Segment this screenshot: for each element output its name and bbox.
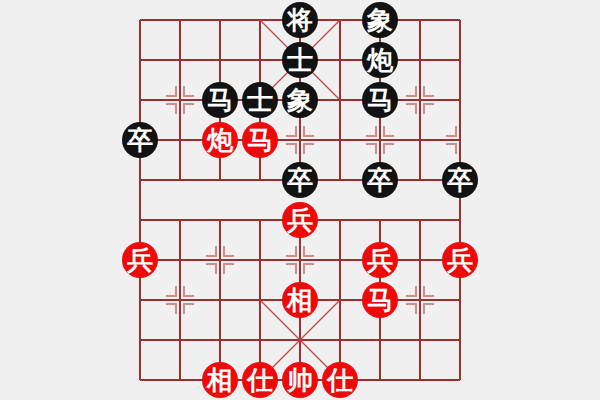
piece-black-elephant[interactable]: 象 bbox=[362, 2, 398, 38]
piece-black-soldier[interactable]: 卒 bbox=[282, 162, 318, 198]
piece-red-advisor[interactable]: 仕 bbox=[322, 362, 358, 398]
piece-red-elephant[interactable]: 相 bbox=[282, 282, 318, 318]
piece-red-horse[interactable]: 马 bbox=[242, 122, 278, 158]
piece-red-soldier[interactable]: 兵 bbox=[282, 202, 318, 238]
piece-red-horse[interactable]: 马 bbox=[362, 282, 398, 318]
piece-black-elephant[interactable]: 象 bbox=[282, 82, 318, 118]
piece-black-horse[interactable]: 马 bbox=[362, 82, 398, 118]
piece-red-general[interactable]: 帅 bbox=[282, 362, 318, 398]
piece-red-soldier[interactable]: 兵 bbox=[362, 242, 398, 278]
pieces-layer: 将象士炮马士象马卒卒卒卒炮马兵兵兵兵相马相仕帅仕 bbox=[120, 0, 480, 400]
piece-black-advisor[interactable]: 士 bbox=[282, 42, 318, 78]
piece-red-soldier[interactable]: 兵 bbox=[442, 242, 478, 278]
piece-black-horse[interactable]: 马 bbox=[202, 82, 238, 118]
piece-red-advisor[interactable]: 仕 bbox=[242, 362, 278, 398]
piece-red-soldier[interactable]: 兵 bbox=[122, 242, 158, 278]
piece-black-soldier[interactable]: 卒 bbox=[362, 162, 398, 198]
xiangqi-board: 将象士炮马士象马卒卒卒卒炮马兵兵兵兵相马相仕帅仕 bbox=[0, 0, 600, 400]
piece-black-soldier[interactable]: 卒 bbox=[122, 122, 158, 158]
piece-black-cannon[interactable]: 炮 bbox=[362, 42, 398, 78]
piece-black-soldier[interactable]: 卒 bbox=[442, 162, 478, 198]
piece-black-general[interactable]: 将 bbox=[282, 2, 318, 38]
piece-red-elephant[interactable]: 相 bbox=[202, 362, 238, 398]
piece-black-advisor[interactable]: 士 bbox=[242, 82, 278, 118]
piece-red-cannon[interactable]: 炮 bbox=[202, 122, 238, 158]
